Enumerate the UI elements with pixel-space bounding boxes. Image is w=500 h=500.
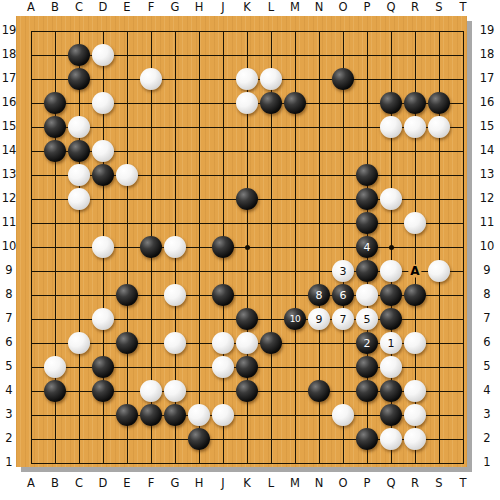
board-point[interactable] [115, 115, 139, 139]
board-point[interactable] [211, 235, 235, 259]
board-point[interactable] [19, 331, 43, 355]
board-point[interactable] [427, 427, 451, 451]
board-point[interactable] [331, 331, 355, 355]
board-point[interactable] [43, 355, 67, 379]
board-point[interactable] [379, 259, 403, 283]
board-point[interactable] [355, 451, 379, 467]
board-point[interactable] [91, 451, 115, 467]
board-point[interactable] [187, 187, 211, 211]
board-point[interactable] [43, 451, 67, 467]
board-point[interactable] [115, 427, 139, 451]
board-point[interactable] [403, 403, 427, 427]
board-point[interactable]: 5 [355, 307, 379, 331]
board-point[interactable] [211, 115, 235, 139]
board-point[interactable] [451, 403, 467, 427]
board-point[interactable] [163, 19, 187, 43]
board-point[interactable] [187, 283, 211, 307]
board-point[interactable] [403, 19, 427, 43]
board-point[interactable] [211, 259, 235, 283]
board-point[interactable] [91, 115, 115, 139]
board-point[interactable] [451, 67, 467, 91]
board-point[interactable] [91, 187, 115, 211]
board-point[interactable] [403, 91, 427, 115]
board-point[interactable] [259, 139, 283, 163]
board-point[interactable] [67, 43, 91, 67]
board-point[interactable] [355, 283, 379, 307]
board-point[interactable] [427, 259, 451, 283]
board-point[interactable] [43, 259, 67, 283]
board-point[interactable] [427, 163, 451, 187]
board-point[interactable] [235, 427, 259, 451]
board-point[interactable] [379, 67, 403, 91]
board-point[interactable] [67, 427, 91, 451]
board-point[interactable] [139, 331, 163, 355]
board-point[interactable] [307, 259, 331, 283]
board-point[interactable] [427, 187, 451, 211]
board-point[interactable] [427, 379, 451, 403]
board-point[interactable] [43, 403, 67, 427]
board-point[interactable] [259, 331, 283, 355]
board-point[interactable] [67, 139, 91, 163]
board-point[interactable] [331, 235, 355, 259]
board-point[interactable] [43, 235, 67, 259]
board-point[interactable] [211, 427, 235, 451]
board-point[interactable] [187, 307, 211, 331]
board-point[interactable] [235, 379, 259, 403]
board-point[interactable] [283, 451, 307, 467]
board-point[interactable] [427, 139, 451, 163]
board-point[interactable] [235, 187, 259, 211]
board-point[interactable] [355, 259, 379, 283]
board-point[interactable] [283, 379, 307, 403]
board-point[interactable] [115, 19, 139, 43]
board-point[interactable] [355, 115, 379, 139]
board-point[interactable] [379, 403, 403, 427]
board-point[interactable] [211, 331, 235, 355]
board-point[interactable] [163, 211, 187, 235]
board-point[interactable] [331, 187, 355, 211]
board-point[interactable] [307, 67, 331, 91]
board-point[interactable] [67, 283, 91, 307]
board-point[interactable] [211, 139, 235, 163]
board-point[interactable] [187, 115, 211, 139]
board-point[interactable] [283, 235, 307, 259]
board-point[interactable]: 2 [355, 331, 379, 355]
board-point[interactable] [163, 235, 187, 259]
board-point[interactable] [331, 403, 355, 427]
board-point[interactable] [259, 67, 283, 91]
board-point[interactable] [355, 91, 379, 115]
board-point[interactable] [211, 43, 235, 67]
board-point[interactable] [451, 355, 467, 379]
board-point[interactable] [43, 67, 67, 91]
board-point[interactable] [259, 379, 283, 403]
board-point[interactable] [67, 115, 91, 139]
board-point[interactable] [91, 211, 115, 235]
board-point[interactable] [115, 139, 139, 163]
board-point[interactable] [355, 67, 379, 91]
board-point[interactable] [19, 427, 43, 451]
board-point[interactable] [91, 403, 115, 427]
board-point[interactable] [379, 163, 403, 187]
board-point[interactable] [451, 427, 467, 451]
board-point[interactable] [235, 67, 259, 91]
board-point[interactable] [355, 187, 379, 211]
board-point[interactable] [19, 67, 43, 91]
board-point[interactable] [91, 163, 115, 187]
board-point[interactable] [115, 187, 139, 211]
board-point[interactable] [235, 331, 259, 355]
board-point[interactable] [451, 115, 467, 139]
board-point[interactable] [451, 235, 467, 259]
board-point[interactable] [259, 211, 283, 235]
board-point[interactable] [259, 187, 283, 211]
board-point[interactable] [163, 283, 187, 307]
board-point[interactable] [307, 403, 331, 427]
board-point[interactable] [139, 211, 163, 235]
board-point[interactable] [355, 379, 379, 403]
board-point[interactable] [115, 235, 139, 259]
board-point[interactable] [427, 355, 451, 379]
board-point[interactable] [355, 43, 379, 67]
board-point[interactable] [403, 235, 427, 259]
board-point[interactable] [283, 331, 307, 355]
board-point[interactable] [163, 91, 187, 115]
board-point[interactable] [19, 283, 43, 307]
board-point[interactable] [43, 91, 67, 115]
board-point[interactable] [139, 283, 163, 307]
board-point[interactable] [427, 235, 451, 259]
board-point[interactable] [331, 139, 355, 163]
board-point[interactable] [115, 91, 139, 115]
board-point[interactable] [211, 403, 235, 427]
board-point[interactable] [91, 427, 115, 451]
board-point[interactable] [427, 403, 451, 427]
board-point[interactable] [259, 403, 283, 427]
board-point[interactable] [379, 211, 403, 235]
board-point[interactable] [211, 307, 235, 331]
board-point[interactable] [379, 379, 403, 403]
board-point[interactable] [355, 355, 379, 379]
board-point[interactable] [307, 427, 331, 451]
board-point[interactable] [427, 307, 451, 331]
board-point[interactable] [451, 283, 467, 307]
board-point[interactable] [187, 427, 211, 451]
board-point[interactable] [139, 43, 163, 67]
board-point[interactable] [139, 451, 163, 467]
board-point[interactable] [235, 259, 259, 283]
board-point[interactable] [163, 115, 187, 139]
board-point[interactable] [379, 139, 403, 163]
board-point[interactable] [283, 115, 307, 139]
board-point[interactable] [451, 163, 467, 187]
board-point[interactable] [379, 235, 403, 259]
board-point[interactable] [187, 91, 211, 115]
board-point[interactable] [19, 379, 43, 403]
board-point[interactable] [331, 43, 355, 67]
board-point[interactable] [259, 163, 283, 187]
board-point[interactable]: 10 [283, 307, 307, 331]
board-point[interactable] [43, 43, 67, 67]
board-point[interactable] [115, 451, 139, 467]
board-point[interactable] [427, 19, 451, 43]
board-point[interactable] [235, 163, 259, 187]
board-point[interactable] [163, 259, 187, 283]
board-point[interactable] [211, 355, 235, 379]
board-point[interactable] [115, 355, 139, 379]
board-point[interactable] [307, 331, 331, 355]
board-point[interactable] [115, 211, 139, 235]
board-point[interactable]: 6 [331, 283, 355, 307]
board-point[interactable] [67, 259, 91, 283]
board-point[interactable] [211, 91, 235, 115]
board-point[interactable] [115, 283, 139, 307]
board-point[interactable] [235, 19, 259, 43]
board-point[interactable] [331, 211, 355, 235]
board-point[interactable] [115, 379, 139, 403]
board-point[interactable] [139, 19, 163, 43]
board-point[interactable] [115, 163, 139, 187]
board-point[interactable] [403, 211, 427, 235]
board-point[interactable] [163, 139, 187, 163]
board-point[interactable] [187, 403, 211, 427]
board-point[interactable] [43, 331, 67, 355]
board-point[interactable] [187, 235, 211, 259]
board-point[interactable] [307, 211, 331, 235]
board-point[interactable] [139, 67, 163, 91]
board-point[interactable] [451, 91, 467, 115]
board-point[interactable] [307, 43, 331, 67]
board-point[interactable] [115, 307, 139, 331]
board-point[interactable] [331, 427, 355, 451]
board-point[interactable] [187, 19, 211, 43]
board-point[interactable] [91, 307, 115, 331]
board-point[interactable] [115, 43, 139, 67]
board-point[interactable] [19, 403, 43, 427]
board-point[interactable] [187, 163, 211, 187]
board-point[interactable] [451, 379, 467, 403]
board-point[interactable] [307, 115, 331, 139]
board-point[interactable] [235, 211, 259, 235]
board-point[interactable] [355, 139, 379, 163]
board-point[interactable] [379, 355, 403, 379]
board-point[interactable] [163, 163, 187, 187]
board-point[interactable] [451, 307, 467, 331]
board-point[interactable] [355, 211, 379, 235]
board-point[interactable] [259, 19, 283, 43]
board-point[interactable] [283, 403, 307, 427]
board-point[interactable] [91, 283, 115, 307]
board-point[interactable] [211, 19, 235, 43]
board-point[interactable] [307, 379, 331, 403]
board-point[interactable] [427, 91, 451, 115]
board-point[interactable] [139, 91, 163, 115]
board-point[interactable] [451, 187, 467, 211]
board-point[interactable] [67, 307, 91, 331]
board-point[interactable] [91, 139, 115, 163]
board-point[interactable] [259, 115, 283, 139]
board-point[interactable] [67, 211, 91, 235]
board-point[interactable] [43, 427, 67, 451]
board-point[interactable] [283, 43, 307, 67]
board-point[interactable] [259, 235, 283, 259]
board-point[interactable] [283, 283, 307, 307]
board-point[interactable] [187, 67, 211, 91]
board-point[interactable] [379, 115, 403, 139]
board-point[interactable]: 1 [379, 331, 403, 355]
board-point[interactable] [259, 427, 283, 451]
board-point[interactable] [43, 163, 67, 187]
board-point[interactable] [211, 451, 235, 467]
board-point[interactable]: 3 [331, 259, 355, 283]
board-point[interactable] [235, 43, 259, 67]
board-point[interactable]: A [403, 259, 427, 283]
board-point[interactable] [139, 379, 163, 403]
board-point[interactable] [67, 331, 91, 355]
board-point[interactable] [163, 403, 187, 427]
board-point[interactable] [19, 115, 43, 139]
board-point[interactable]: 8 [307, 283, 331, 307]
board-point[interactable] [139, 163, 163, 187]
board-point[interactable] [331, 115, 355, 139]
board-point[interactable] [139, 427, 163, 451]
board-point[interactable] [19, 91, 43, 115]
board-point[interactable] [307, 235, 331, 259]
board-point[interactable] [331, 19, 355, 43]
board-point[interactable] [283, 67, 307, 91]
board-point[interactable] [403, 307, 427, 331]
board-point[interactable] [91, 355, 115, 379]
board-point[interactable] [331, 91, 355, 115]
board-point[interactable] [91, 43, 115, 67]
board-point[interactable] [163, 187, 187, 211]
board-point[interactable] [427, 451, 451, 467]
board-point[interactable] [403, 43, 427, 67]
board-point[interactable] [91, 91, 115, 115]
board-point[interactable] [403, 427, 427, 451]
board-point[interactable] [331, 451, 355, 467]
board-point[interactable] [19, 355, 43, 379]
board-point[interactable] [235, 115, 259, 139]
board-point[interactable] [187, 331, 211, 355]
board-point[interactable] [187, 355, 211, 379]
board-point[interactable] [235, 91, 259, 115]
board-point[interactable] [307, 451, 331, 467]
board-point[interactable] [43, 139, 67, 163]
board-point[interactable] [211, 187, 235, 211]
board-point[interactable] [67, 235, 91, 259]
board-point[interactable] [259, 307, 283, 331]
board-point[interactable] [235, 235, 259, 259]
board-point[interactable] [139, 403, 163, 427]
board-point[interactable] [283, 19, 307, 43]
board-point[interactable] [403, 163, 427, 187]
board-point[interactable] [307, 187, 331, 211]
board-point[interactable] [283, 187, 307, 211]
board-point[interactable] [43, 379, 67, 403]
board-point[interactable] [43, 19, 67, 43]
board-point[interactable]: 9 [307, 307, 331, 331]
board-point[interactable] [43, 283, 67, 307]
board-point[interactable] [163, 427, 187, 451]
board-point[interactable] [451, 19, 467, 43]
board-point[interactable] [139, 115, 163, 139]
board-point[interactable] [379, 307, 403, 331]
board-point[interactable] [163, 43, 187, 67]
board-point[interactable] [427, 67, 451, 91]
board-point[interactable] [403, 355, 427, 379]
board-point[interactable] [211, 283, 235, 307]
board-point[interactable] [403, 379, 427, 403]
board-point[interactable] [211, 379, 235, 403]
board-point[interactable] [307, 355, 331, 379]
board-point[interactable] [283, 163, 307, 187]
board-point[interactable] [67, 163, 91, 187]
board-point[interactable] [451, 259, 467, 283]
board-point[interactable] [211, 211, 235, 235]
board-point[interactable] [403, 283, 427, 307]
board-point[interactable] [355, 427, 379, 451]
board-point[interactable] [187, 43, 211, 67]
board-point[interactable] [379, 451, 403, 467]
board-point[interactable] [427, 115, 451, 139]
board-point[interactable] [187, 259, 211, 283]
board-point[interactable] [211, 163, 235, 187]
board-point[interactable] [283, 91, 307, 115]
board-point[interactable] [427, 43, 451, 67]
board-point[interactable] [235, 451, 259, 467]
board-point[interactable] [43, 115, 67, 139]
board-point[interactable] [163, 355, 187, 379]
board-point[interactable] [259, 283, 283, 307]
board-point[interactable] [235, 403, 259, 427]
board-point[interactable] [355, 163, 379, 187]
board-point[interactable] [187, 379, 211, 403]
board-point[interactable] [115, 403, 139, 427]
board-point[interactable] [283, 427, 307, 451]
board-point[interactable] [19, 187, 43, 211]
board-point[interactable] [355, 403, 379, 427]
board-point[interactable] [427, 211, 451, 235]
board-point[interactable] [163, 379, 187, 403]
board-point[interactable] [283, 355, 307, 379]
board-point[interactable] [403, 67, 427, 91]
board-point[interactable] [67, 91, 91, 115]
board-point[interactable] [139, 235, 163, 259]
board-point[interactable] [283, 211, 307, 235]
board-point[interactable] [403, 139, 427, 163]
board-point[interactable] [139, 307, 163, 331]
board-point[interactable] [451, 43, 467, 67]
board-point[interactable] [19, 139, 43, 163]
board-point[interactable] [307, 163, 331, 187]
board-point[interactable] [19, 259, 43, 283]
board-point[interactable] [235, 139, 259, 163]
board-point[interactable] [139, 259, 163, 283]
board-point[interactable] [163, 451, 187, 467]
board-point[interactable] [43, 211, 67, 235]
board-point[interactable] [379, 427, 403, 451]
board-point[interactable] [331, 379, 355, 403]
board-point[interactable] [331, 67, 355, 91]
board-point[interactable] [91, 379, 115, 403]
board-point[interactable] [403, 331, 427, 355]
board-point[interactable] [331, 355, 355, 379]
board-point[interactable] [19, 451, 43, 467]
board-point[interactable] [67, 19, 91, 43]
board-point[interactable] [91, 235, 115, 259]
board-point[interactable] [139, 187, 163, 211]
